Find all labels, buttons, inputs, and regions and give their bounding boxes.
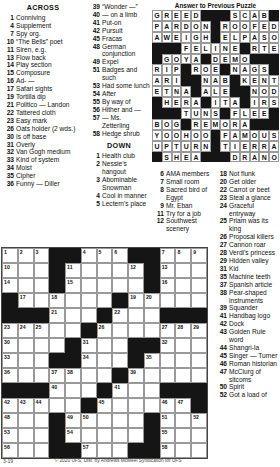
- cell-r4c6[interactable]: [81, 293, 97, 308]
- answer-letter: T: [262, 45, 266, 52]
- cell-r2c12[interactable]: [175, 263, 191, 278]
- cell-r7c2[interactable]: [18, 338, 34, 353]
- clue-9: 9Mr. Eban: [152, 202, 214, 210]
- cell-r12c1[interactable]: 48: [2, 413, 18, 428]
- cell-r14c4: E: [181, 152, 191, 163]
- cell-r11c3[interactable]: 44: [34, 398, 50, 413]
- cell-r1c2[interactable]: 2: [18, 248, 34, 263]
- cell-r10c12: E: [259, 108, 269, 119]
- cell-r1c3[interactable]: 3: [34, 248, 50, 263]
- cell-r10c9[interactable]: [128, 383, 144, 398]
- cell-r12c13[interactable]: 52: [191, 413, 207, 428]
- cell-r10c10[interactable]: [144, 383, 160, 398]
- cell-r14c7[interactable]: [97, 443, 113, 458]
- cell-r6c3[interactable]: 25: [34, 323, 50, 338]
- cell-r11c7[interactable]: 45: [97, 398, 113, 413]
- black-cell-r14c10: [144, 443, 160, 458]
- clue-text: Oats holder (2 wds.): [16, 125, 84, 133]
- cell-r6c1: R: [152, 64, 162, 75]
- answer-letter: O: [242, 56, 247, 63]
- cell-r12c6[interactable]: 50: [81, 413, 97, 428]
- cell-r11c9: R: [230, 119, 240, 130]
- answer-letter: P: [164, 143, 169, 150]
- black-cell-r8c9: [230, 86, 240, 97]
- cell-r6c10[interactable]: [144, 323, 160, 338]
- clue-56: 56Hither and —: [88, 106, 150, 114]
- cell-r10c5[interactable]: [65, 383, 81, 398]
- black-cell-r10c2: [18, 383, 34, 398]
- clue-57: 57— Ms. Zetterling: [88, 114, 150, 130]
- clue-number: 22: [215, 186, 229, 194]
- answer-letter: N: [203, 77, 208, 84]
- cell-number: 21: [51, 309, 57, 315]
- cell-r8c8: E: [220, 86, 230, 97]
- cell-r5c3: O: [172, 54, 182, 65]
- cell-r4c4[interactable]: 18: [49, 293, 65, 308]
- cell-r11c8[interactable]: [112, 398, 128, 413]
- black-cell-r5c12: [259, 54, 269, 65]
- cell-r7c6[interactable]: 31: [81, 338, 97, 353]
- clue-35: 35Machine teeth: [215, 273, 280, 281]
- cell-r12c5: O: [191, 130, 201, 141]
- cell-r2c5[interactable]: 11: [65, 263, 81, 278]
- clue-text: “The Bells” poet: [16, 38, 84, 46]
- clue-text: Spy org.: [16, 30, 84, 38]
- clue-number: 40: [88, 11, 102, 19]
- cell-r5c10[interactable]: [144, 308, 160, 323]
- black-cell-r1c7: [211, 10, 221, 21]
- cell-r9c7[interactable]: [97, 368, 113, 383]
- black-cell-r10c2: [162, 108, 172, 119]
- cell-r8c12[interactable]: [175, 353, 191, 368]
- black-cell-r9c1: [152, 97, 162, 108]
- clue-45: 45Singer — Turner: [215, 352, 280, 360]
- clue-text: Not flunk: [229, 170, 280, 178]
- black-cell-r7c10: [144, 338, 160, 353]
- cell-r12c2[interactable]: [18, 413, 34, 428]
- cell-r11c1: B: [152, 119, 162, 130]
- cell-r6c8[interactable]: [112, 323, 128, 338]
- clue-text: Cool in manner: [102, 192, 150, 200]
- cell-r7c7[interactable]: [97, 338, 113, 353]
- cell-r3c3[interactable]: [34, 278, 50, 293]
- cell-r4c11[interactable]: [160, 293, 176, 308]
- cell-r6c9[interactable]: [128, 323, 144, 338]
- cell-r7c4[interactable]: [49, 338, 65, 353]
- cell-r12c9[interactable]: [128, 413, 144, 428]
- cell-r2c6[interactable]: [81, 263, 97, 278]
- clue-number: 48: [88, 43, 102, 59]
- clue-6: 6AMA members: [152, 170, 214, 178]
- black-cell-r9c6: [201, 97, 211, 108]
- cell-r7c3[interactable]: [34, 338, 50, 353]
- cell-r10c8[interactable]: 41: [112, 383, 128, 398]
- cell-r13c13[interactable]: [191, 428, 207, 443]
- cell-r12c12[interactable]: [175, 413, 191, 428]
- cell-r5c9[interactable]: [128, 308, 144, 323]
- clue-21: 21Politico — Landon: [2, 101, 84, 109]
- answer-letter: A: [233, 99, 238, 106]
- cell-number: 57: [83, 444, 89, 450]
- cell-r2c2[interactable]: [18, 263, 34, 278]
- answer-letter: S: [213, 110, 218, 117]
- cell-r13c1[interactable]: 53: [2, 428, 18, 443]
- cell-r7c8[interactable]: [112, 338, 128, 353]
- cell-r9c1[interactable]: 36: [2, 368, 18, 383]
- answer-letter: I: [185, 34, 187, 41]
- clue-23: 23Steal a glance: [215, 194, 280, 202]
- answer-letter: O: [193, 132, 198, 139]
- clue-number: 52: [215, 391, 229, 399]
- cell-r5c8[interactable]: 22: [112, 308, 128, 323]
- cell-r1c13[interactable]: 9: [191, 248, 207, 263]
- clue-text: AMA members: [166, 170, 214, 178]
- cell-r7c13[interactable]: [191, 338, 207, 353]
- cell-r6c1[interactable]: 23: [2, 323, 18, 338]
- cell-r4c2[interactable]: 17: [18, 293, 34, 308]
- cell-r9c3[interactable]: [34, 368, 50, 383]
- clue-number: 6: [152, 170, 166, 178]
- cell-r14c6[interactable]: 57: [81, 443, 97, 458]
- clue-52: 52Got a load of: [215, 391, 280, 399]
- cell-r4c12[interactable]: [175, 293, 191, 308]
- cell-r9c13: S: [269, 97, 279, 108]
- clue-text: Conniving: [16, 14, 84, 22]
- clue-17: 17Safari sights: [2, 85, 84, 93]
- cell-r12c3[interactable]: [34, 413, 50, 428]
- cell-r3c1: A: [152, 32, 162, 43]
- black-cell-r4c10: [240, 43, 250, 54]
- cell-r8c11[interactable]: [160, 353, 176, 368]
- black-cell-r10c13: [191, 383, 207, 398]
- cell-r9c4[interactable]: 37: [49, 368, 65, 383]
- cell-r6c2[interactable]: 24: [18, 323, 34, 338]
- clue-text: Spanish article: [229, 281, 280, 289]
- cell-r8c3[interactable]: [34, 353, 50, 368]
- cell-r6c7[interactable]: 26: [97, 323, 113, 338]
- cell-number: 19: [130, 294, 136, 300]
- cell-r1c7[interactable]: 5: [97, 248, 113, 263]
- clue-text: Carrot or beet: [229, 186, 280, 194]
- cell-r8c12: O: [259, 86, 269, 97]
- cell-r13c8[interactable]: [112, 428, 128, 443]
- cell-r3c9: L: [230, 32, 240, 43]
- black-cell-r13c4: [49, 428, 65, 443]
- clue-number: 4: [88, 192, 102, 200]
- clue-number: 47: [215, 368, 229, 384]
- answer-letter: F: [233, 110, 237, 117]
- cell-r11c11[interactable]: 46: [160, 398, 176, 413]
- cell-r14c1[interactable]: 56: [2, 443, 18, 458]
- cell-number: 53: [4, 429, 10, 435]
- cell-r9c5: A: [191, 97, 201, 108]
- answer-letter: A: [193, 99, 198, 106]
- black-cell-r14c8: [220, 152, 230, 163]
- cell-r9c12[interactable]: [175, 368, 191, 383]
- black-cell-r4c1: [152, 43, 162, 54]
- black-cell-r6c13: [269, 64, 279, 75]
- cell-r9c2[interactable]: [18, 368, 34, 383]
- cell-r9c9[interactable]: 39: [128, 368, 144, 383]
- cell-number: 51: [162, 414, 168, 420]
- clue-text: Verdi’s princess: [229, 249, 280, 257]
- cell-r14c12[interactable]: [175, 443, 191, 458]
- clue-36: 36Funny — Diller: [2, 180, 84, 188]
- cell-r2c13[interactable]: [191, 263, 207, 278]
- cell-number: 24: [20, 324, 26, 330]
- cell-r11c5[interactable]: [65, 398, 81, 413]
- answer-letter: T: [223, 143, 227, 150]
- cell-r13c3: T: [172, 141, 182, 152]
- cell-r14c11[interactable]: 58: [160, 443, 176, 458]
- cell-r3c1[interactable]: 14: [2, 278, 18, 293]
- black-cell-r11c4: [181, 119, 191, 130]
- clue-11: 11Siren, e.g.: [2, 46, 84, 54]
- clue-text: Spirit: [229, 383, 280, 391]
- clue-number: 39: [215, 304, 229, 312]
- cell-r8c2[interactable]: [18, 353, 34, 368]
- cell-r5c6[interactable]: [81, 308, 97, 323]
- clue-text: Hidden valley: [229, 257, 280, 265]
- cell-r6c11[interactable]: 27: [160, 323, 176, 338]
- cell-r13c11[interactable]: 55: [160, 428, 176, 443]
- answer-letter: A: [203, 88, 208, 95]
- answer-letter: R: [233, 121, 238, 128]
- cell-r11c2[interactable]: 43: [18, 398, 34, 413]
- cell-r5c5[interactable]: [65, 308, 81, 323]
- black-cell-r6c6: [81, 323, 97, 338]
- cell-number: 36: [4, 369, 10, 375]
- black-cell-r1c13: [269, 10, 279, 21]
- cell-r13c7[interactable]: [97, 428, 113, 443]
- answer-letter: E: [223, 88, 228, 95]
- clue-46: 46Roman historian: [215, 360, 280, 368]
- cell-r12c8[interactable]: [112, 413, 128, 428]
- cell-r9c11[interactable]: [160, 368, 176, 383]
- cell-r6c9: N: [230, 64, 240, 75]
- cell-r9c6[interactable]: [81, 368, 97, 383]
- cell-r6c11: G: [250, 64, 260, 75]
- clue-number: 51: [88, 66, 102, 82]
- answer-letter: T: [223, 99, 227, 106]
- answer-letter: N: [174, 88, 179, 95]
- cell-r3c12[interactable]: [175, 278, 191, 293]
- black-cell-r10c3: [34, 383, 50, 398]
- cell-r8c6[interactable]: 34: [81, 353, 97, 368]
- cell-r12c2: O: [162, 130, 172, 141]
- cell-r10c4[interactable]: 40: [49, 383, 65, 398]
- cell-r4c10[interactable]: 20: [144, 293, 160, 308]
- cell-r3c6[interactable]: [81, 278, 97, 293]
- black-cell-r9c10: [240, 97, 250, 108]
- cell-r12c10: M: [240, 130, 250, 141]
- answer-letter: E: [184, 12, 189, 19]
- cell-r8c13[interactable]: [191, 353, 207, 368]
- clue-text: Lectern’s place: [102, 200, 150, 208]
- clue-39: 39“Wonder —”: [88, 3, 150, 11]
- clue-30: 30Is off base: [2, 133, 84, 141]
- cell-r10c4: T: [181, 108, 191, 119]
- answer-letter: G: [174, 121, 179, 128]
- answer-letter: L: [243, 110, 247, 117]
- cell-number: 22: [114, 309, 120, 315]
- cell-r13c5[interactable]: 54: [65, 428, 81, 443]
- cell-r2c1[interactable]: 10: [2, 263, 18, 278]
- clue-number: 46: [215, 360, 229, 368]
- cell-r3c4: I: [181, 32, 191, 43]
- clue-number: 41: [215, 312, 229, 320]
- cell-r9c10[interactable]: [144, 368, 160, 383]
- cell-r12c11[interactable]: 51: [160, 413, 176, 428]
- cell-r12c4: H: [181, 130, 191, 141]
- cell-r3c7[interactable]: [97, 278, 113, 293]
- answer-letter: E: [272, 45, 277, 52]
- answer-letter: R: [193, 66, 198, 73]
- cell-number: 28: [177, 324, 183, 330]
- cell-r4c3[interactable]: [34, 293, 50, 308]
- cell-r1c12: B: [259, 10, 269, 21]
- answer-letter: L: [204, 45, 208, 52]
- cell-r1c12[interactable]: 8: [175, 248, 191, 263]
- black-cell-r13c7: [211, 141, 221, 152]
- clue-text: Flow back: [16, 54, 84, 62]
- clue-number: 1: [2, 14, 16, 22]
- answer-letter: R: [154, 66, 159, 73]
- cell-r13c3[interactable]: [34, 428, 50, 443]
- cell-r6c5[interactable]: [65, 323, 81, 338]
- crossword-page: ACROSS 1Conniving4Supplement7Spy org.10“…: [0, 0, 280, 467]
- clue-26: 26Oats holder (2 wds.): [2, 125, 84, 133]
- cell-r7c8: B: [220, 75, 230, 86]
- black-cell-r10c13: [269, 108, 279, 119]
- clue-text: Fracas: [102, 35, 150, 43]
- cell-r14c13[interactable]: [191, 443, 207, 458]
- cell-r13c9[interactable]: [128, 428, 144, 443]
- cell-r3c2[interactable]: [18, 278, 34, 293]
- cell-r4c13[interactable]: [191, 293, 207, 308]
- cell-r13c6[interactable]: [81, 428, 97, 443]
- clue-25: 25Priam was its king: [215, 217, 280, 233]
- cell-number: 29: [193, 324, 199, 330]
- clue-text: Hedge shrub: [102, 130, 150, 138]
- cell-r6c12[interactable]: 28: [175, 323, 191, 338]
- cell-r1c8[interactable]: 6: [112, 248, 128, 263]
- clue-26: 26Proposal killers: [215, 233, 280, 241]
- answer-letter: I: [254, 99, 256, 106]
- black-cell-r1c5: [65, 248, 81, 263]
- cell-r7c12[interactable]: [175, 338, 191, 353]
- cell-r4c9[interactable]: 19: [128, 293, 144, 308]
- clue-number: 58: [88, 130, 102, 138]
- cell-r5c4[interactable]: 21: [49, 308, 65, 323]
- cell-r13c12[interactable]: [175, 428, 191, 443]
- cell-r2c7[interactable]: [97, 263, 113, 278]
- cell-r6c12: S: [259, 64, 269, 75]
- cell-r8c1[interactable]: 33: [2, 353, 18, 368]
- cell-r3c8[interactable]: [112, 278, 128, 293]
- answer-letter: A: [193, 154, 198, 161]
- clue-number: 38: [215, 289, 229, 305]
- cell-r13c2[interactable]: [18, 428, 34, 443]
- clue-text: Mr. Eban: [166, 202, 214, 210]
- answer-letter: R: [193, 143, 198, 150]
- cell-r12c5[interactable]: 49: [65, 413, 81, 428]
- answer-letter: K: [242, 77, 247, 84]
- cell-r4c7[interactable]: [97, 293, 113, 308]
- cell-number: 3: [36, 249, 39, 255]
- cell-r4c5[interactable]: [65, 293, 81, 308]
- cell-r8c8[interactable]: [112, 353, 128, 368]
- cell-r2c9[interactable]: 12: [128, 263, 144, 278]
- cell-r1c6[interactable]: 4: [81, 248, 97, 263]
- cell-r2c11[interactable]: 13: [160, 263, 176, 278]
- clue-text: Cannon roar: [229, 241, 280, 249]
- clue-number: 36: [2, 180, 16, 188]
- cell-r8c10[interactable]: 35: [144, 353, 160, 368]
- cell-number: 31: [83, 339, 89, 345]
- cell-r10c6[interactable]: [81, 383, 97, 398]
- cell-r11c10[interactable]: [144, 398, 160, 413]
- cell-r1c1[interactable]: 1: [2, 248, 18, 263]
- clue-41: 41Put-on: [88, 19, 150, 27]
- cell-r11c12[interactable]: 47: [175, 398, 191, 413]
- cell-r7c11[interactable]: 32: [160, 338, 176, 353]
- cell-r7c1[interactable]: 30: [2, 338, 18, 353]
- cell-r8c7[interactable]: [97, 353, 113, 368]
- cell-r14c2[interactable]: [18, 443, 34, 458]
- cell-r11c9[interactable]: [128, 398, 144, 413]
- answer-letter: E: [213, 66, 218, 73]
- cell-r6c13[interactable]: 29: [191, 323, 207, 338]
- cell-r2c8[interactable]: [112, 263, 128, 278]
- clue-18: 18Not flunk: [215, 170, 280, 178]
- cell-r14c3[interactable]: [34, 443, 50, 458]
- answer-letter: O: [203, 66, 208, 73]
- cell-r3c5[interactable]: 15: [65, 278, 81, 293]
- answer-letter: Y: [184, 56, 189, 63]
- black-cell-r14c4: [49, 443, 65, 458]
- cell-r9c5[interactable]: 38: [65, 368, 81, 383]
- answer-letter: F: [184, 45, 188, 52]
- black-cell-r3c7: [211, 32, 221, 43]
- cell-r1c11[interactable]: 7: [160, 248, 176, 263]
- answer-letter: I: [215, 45, 217, 52]
- black-cell-r2c7: [211, 21, 221, 32]
- clue-text: Cipher: [16, 172, 84, 180]
- answer-letter: O: [193, 23, 198, 30]
- cell-r14c8[interactable]: [112, 443, 128, 458]
- clue-text: Pursuit: [102, 27, 150, 35]
- cell-r12c7[interactable]: [97, 413, 113, 428]
- cell-r11c4[interactable]: [49, 398, 65, 413]
- cell-r6c4[interactable]: [49, 323, 65, 338]
- cell-r9c13[interactable]: [191, 368, 207, 383]
- cell-r8c2: T: [162, 86, 172, 97]
- cell-r11c1[interactable]: 42: [2, 398, 18, 413]
- cell-r3c13[interactable]: [191, 278, 207, 293]
- black-cell-r12c7: [211, 130, 221, 141]
- answer-letter: L: [233, 34, 237, 41]
- cell-r3c11[interactable]: 16: [160, 278, 176, 293]
- cell-r2c3[interactable]: [34, 263, 50, 278]
- clue-23: 23Easy mark: [2, 117, 84, 125]
- clue-text: Moist: [16, 164, 84, 172]
- cell-r9c3: E: [172, 97, 182, 108]
- black-cell-r6c4: [181, 64, 191, 75]
- clue-number: 32: [2, 148, 16, 156]
- cell-r3c9[interactable]: [128, 278, 144, 293]
- clue-35: 35Cipher: [2, 172, 84, 180]
